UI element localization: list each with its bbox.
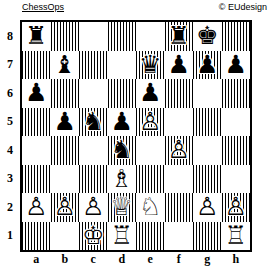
square-g8[interactable]: ♚	[193, 22, 222, 51]
square-g2[interactable]: ♙	[193, 193, 222, 222]
piece-bp-g7[interactable]: ♟	[196, 51, 218, 80]
square-c5[interactable]: ♞	[79, 108, 108, 137]
file-label-h: h	[222, 253, 251, 267]
square-b6[interactable]	[51, 79, 80, 108]
piece-bp-d5[interactable]: ♟	[111, 108, 133, 137]
square-a6[interactable]: ♟	[22, 79, 51, 108]
square-c1[interactable]: ♔	[79, 222, 108, 251]
piece-bb-b7[interactable]: ♝	[54, 51, 76, 80]
rank-label-7: 7	[4, 51, 16, 80]
piece-wn-e2[interactable]: ♘	[139, 193, 161, 222]
piece-wq-d2[interactable]: ♕	[111, 193, 133, 222]
square-d8[interactable]	[108, 22, 137, 51]
rank-label-4: 4	[4, 136, 16, 165]
square-a8[interactable]: ♜	[22, 22, 51, 51]
square-b8[interactable]	[51, 22, 80, 51]
square-b7[interactable]: ♝	[51, 51, 80, 80]
file-label-e: e	[136, 253, 165, 267]
piece-bp-e6[interactable]: ♟	[139, 79, 161, 108]
piece-bn-d4[interactable]: ♞	[111, 136, 133, 165]
square-f1[interactable]	[165, 222, 194, 251]
chess-board: ♜♜♚♝♛♟♟♟♟♟♟♞♟♙♞♙♗♙♙♙♕♘♙♙♔♖♖	[20, 20, 252, 252]
file-label-d: d	[108, 253, 137, 267]
square-g3[interactable]	[193, 165, 222, 194]
piece-wk-c1[interactable]: ♔	[82, 222, 104, 251]
chessops-window: ChessOps © EUdesign ♜♜♚♝♛♟♟♟♟♟♟♞♟♙♞♙♗♙♙♙…	[0, 0, 270, 270]
square-d1[interactable]: ♖	[108, 222, 137, 251]
credit-text: © EUdesign	[219, 1, 267, 13]
square-e7[interactable]: ♛	[136, 51, 165, 80]
square-e8[interactable]	[136, 22, 165, 51]
piece-wb-d3[interactable]: ♗	[111, 165, 133, 194]
square-b2[interactable]: ♙	[51, 193, 80, 222]
square-e2[interactable]: ♘	[136, 193, 165, 222]
rank-label-6: 6	[4, 79, 16, 108]
rank-label-5: 5	[4, 108, 16, 137]
file-label-c: c	[79, 253, 108, 267]
square-b5[interactable]: ♟	[51, 108, 80, 137]
piece-bp-b5[interactable]: ♟	[54, 108, 76, 137]
piece-bp-a6[interactable]: ♟	[25, 79, 47, 108]
piece-bn-c5[interactable]: ♞	[82, 108, 104, 137]
square-b3[interactable]	[51, 165, 80, 194]
piece-bq-e7[interactable]: ♛	[139, 51, 161, 80]
piece-bk-g8[interactable]: ♚	[196, 22, 218, 51]
square-b4[interactable]	[51, 136, 80, 165]
square-e3[interactable]	[136, 165, 165, 194]
piece-br-f8[interactable]: ♜	[168, 22, 190, 51]
piece-wr-h1[interactable]: ♖	[225, 222, 247, 251]
square-f5[interactable]	[165, 108, 194, 137]
piece-wp-e5[interactable]: ♙	[139, 108, 161, 137]
piece-wp-f4[interactable]: ♙	[168, 136, 190, 165]
square-d2[interactable]: ♕	[108, 193, 137, 222]
piece-br-a8[interactable]: ♜	[25, 22, 47, 51]
app-title-link[interactable]: ChessOps	[22, 1, 64, 13]
piece-wp-g2[interactable]: ♙	[196, 193, 218, 222]
square-g6[interactable]	[193, 79, 222, 108]
square-h1[interactable]: ♖	[222, 222, 251, 251]
square-f2[interactable]	[165, 193, 194, 222]
square-c7[interactable]	[79, 51, 108, 80]
square-e5[interactable]: ♙	[136, 108, 165, 137]
square-a3[interactable]	[22, 165, 51, 194]
square-c3[interactable]	[79, 165, 108, 194]
piece-wp-a2[interactable]: ♙	[25, 193, 47, 222]
square-d7[interactable]	[108, 51, 137, 80]
square-h8[interactable]	[222, 22, 251, 51]
square-a2[interactable]: ♙	[22, 193, 51, 222]
square-d5[interactable]: ♟	[108, 108, 137, 137]
square-h5[interactable]	[222, 108, 251, 137]
square-f4[interactable]: ♙	[165, 136, 194, 165]
rank-label-2: 2	[4, 193, 16, 222]
square-e1[interactable]	[136, 222, 165, 251]
piece-bp-f7[interactable]: ♟	[168, 51, 190, 80]
square-d4[interactable]: ♞	[108, 136, 137, 165]
piece-wp-b2[interactable]: ♙	[54, 193, 76, 222]
file-label-f: f	[165, 253, 194, 267]
square-a1[interactable]	[22, 222, 51, 251]
square-a4[interactable]	[22, 136, 51, 165]
square-f3[interactable]	[165, 165, 194, 194]
square-g4[interactable]	[193, 136, 222, 165]
piece-bp-h7[interactable]: ♟	[225, 51, 247, 80]
square-e6[interactable]: ♟	[136, 79, 165, 108]
rank-label-1: 1	[4, 222, 16, 251]
square-f7[interactable]: ♟	[165, 51, 194, 80]
square-e4[interactable]	[136, 136, 165, 165]
square-f8[interactable]: ♜	[165, 22, 194, 51]
square-h7[interactable]: ♟	[222, 51, 251, 80]
square-g5[interactable]	[193, 108, 222, 137]
square-h4[interactable]	[222, 136, 251, 165]
piece-wp-c2[interactable]: ♙	[82, 193, 104, 222]
square-c8[interactable]	[79, 22, 108, 51]
square-a5[interactable]	[22, 108, 51, 137]
square-f6[interactable]	[165, 79, 194, 108]
rank-label-8: 8	[4, 22, 16, 51]
piece-wp-h2[interactable]: ♙	[225, 193, 247, 222]
square-c6[interactable]	[79, 79, 108, 108]
square-c2[interactable]: ♙	[79, 193, 108, 222]
square-h6[interactable]	[222, 79, 251, 108]
square-b1[interactable]	[51, 222, 80, 251]
file-label-a: a	[22, 253, 51, 267]
square-c4[interactable]	[79, 136, 108, 165]
file-label-g: g	[193, 253, 222, 267]
file-label-b: b	[51, 253, 80, 267]
square-h2[interactable]: ♙	[222, 193, 251, 222]
square-a7[interactable]	[22, 51, 51, 80]
square-d3[interactable]: ♗	[108, 165, 137, 194]
square-g7[interactable]: ♟	[193, 51, 222, 80]
square-d6[interactable]	[108, 79, 137, 108]
square-h3[interactable]	[222, 165, 251, 194]
rank-label-3: 3	[4, 165, 16, 194]
square-g1[interactable]	[193, 222, 222, 251]
piece-wr-d1[interactable]: ♖	[111, 222, 133, 251]
